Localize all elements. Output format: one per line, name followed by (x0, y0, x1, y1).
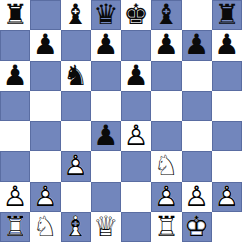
white-pawn-piece[interactable]: ♟♙ (154, 183, 179, 211)
white-pawn-piece[interactable]: ♟♙ (184, 183, 209, 211)
square-h2[interactable]: ♟♙ (212, 182, 242, 212)
square-g7[interactable]: ♟ (182, 30, 212, 60)
square-f8[interactable]: ♝ (151, 0, 181, 30)
white-knight-piece[interactable]: ♞♘ (33, 213, 58, 241)
white-pawn-piece[interactable]: ♟♙ (214, 183, 239, 211)
black-bishop-piece[interactable]: ♝ (154, 1, 179, 29)
square-g1[interactable]: ♚♔ (182, 212, 212, 242)
square-b8[interactable] (30, 0, 60, 30)
square-e3[interactable] (121, 151, 151, 181)
square-d4[interactable]: ♟ (91, 121, 121, 151)
square-c4[interactable] (61, 121, 91, 151)
square-d6[interactable] (91, 61, 121, 91)
piece-outline: ♘ (33, 213, 58, 241)
square-c7[interactable] (61, 30, 91, 60)
white-rook-piece[interactable]: ♜♖ (3, 213, 28, 241)
white-knight-piece[interactable]: ♞♘ (154, 152, 179, 180)
black-queen-piece[interactable]: ♛ (93, 1, 118, 29)
black-pawn-piece[interactable]: ♟ (214, 31, 239, 59)
black-king-piece[interactable]: ♚ (124, 1, 149, 29)
square-e6[interactable]: ♟ (121, 61, 151, 91)
black-knight-piece[interactable]: ♞ (63, 62, 88, 90)
square-f1[interactable]: ♜♖ (151, 212, 181, 242)
white-pawn-piece[interactable]: ♟♙ (124, 122, 149, 150)
square-a8[interactable]: ♜ (0, 0, 30, 30)
square-c3[interactable]: ♟♙ (61, 151, 91, 181)
square-h5[interactable] (212, 91, 242, 121)
black-bishop-piece[interactable]: ♝ (63, 1, 88, 29)
white-king-piece[interactable]: ♚♔ (184, 213, 209, 241)
white-pawn-piece[interactable]: ♟♙ (33, 183, 58, 211)
square-a5[interactable] (0, 91, 30, 121)
square-c2[interactable] (61, 182, 91, 212)
white-pawn-piece[interactable]: ♟♙ (63, 152, 88, 180)
piece-outline: ♕ (93, 213, 118, 241)
square-f3[interactable]: ♞♘ (151, 151, 181, 181)
white-queen-piece[interactable]: ♛♕ (93, 213, 118, 241)
square-a1[interactable]: ♜♖ (0, 212, 30, 242)
square-d3[interactable] (91, 151, 121, 181)
chess-board: ♜♝♛♚♝♜♟♟♟♟♟♟♞♟♟♟♙♟♙♞♘♟♙♟♙♟♙♟♙♟♙♜♖♞♘♝♗♛♕♜… (0, 0, 242, 242)
piece-outline: ♙ (3, 183, 28, 211)
black-pawn-piece[interactable]: ♟ (93, 122, 118, 150)
piece-outline: ♗ (63, 213, 88, 241)
square-f4[interactable] (151, 121, 181, 151)
black-pawn-piece[interactable]: ♟ (184, 31, 209, 59)
square-g2[interactable]: ♟♙ (182, 182, 212, 212)
square-b3[interactable] (30, 151, 60, 181)
square-g6[interactable] (182, 61, 212, 91)
piece-outline: ♘ (154, 152, 179, 180)
piece-outline: ♙ (154, 183, 179, 211)
square-h3[interactable] (212, 151, 242, 181)
piece-outline: ♖ (154, 213, 179, 241)
square-d7[interactable]: ♟ (91, 30, 121, 60)
square-g8[interactable] (182, 0, 212, 30)
square-a4[interactable] (0, 121, 30, 151)
piece-outline: ♙ (63, 152, 88, 180)
square-b7[interactable]: ♟ (30, 30, 60, 60)
square-a6[interactable]: ♟ (0, 61, 30, 91)
square-b2[interactable]: ♟♙ (30, 182, 60, 212)
square-e1[interactable] (121, 212, 151, 242)
square-g4[interactable] (182, 121, 212, 151)
white-bishop-piece[interactable]: ♝♗ (63, 213, 88, 241)
piece-outline: ♙ (214, 183, 239, 211)
square-e5[interactable] (121, 91, 151, 121)
piece-outline: ♙ (124, 122, 149, 150)
square-c1[interactable]: ♝♗ (61, 212, 91, 242)
black-pawn-piece[interactable]: ♟ (93, 31, 118, 59)
square-b1[interactable]: ♞♘ (30, 212, 60, 242)
square-h1[interactable] (212, 212, 242, 242)
square-f6[interactable] (151, 61, 181, 91)
square-f7[interactable]: ♟ (151, 30, 181, 60)
square-f5[interactable] (151, 91, 181, 121)
square-d5[interactable] (91, 91, 121, 121)
black-pawn-piece[interactable]: ♟ (154, 31, 179, 59)
square-c8[interactable]: ♝ (61, 0, 91, 30)
black-rook-piece[interactable]: ♜ (3, 1, 28, 29)
square-d8[interactable]: ♛ (91, 0, 121, 30)
square-e4[interactable]: ♟♙ (121, 121, 151, 151)
piece-outline: ♙ (184, 183, 209, 211)
square-d2[interactable] (91, 182, 121, 212)
square-d1[interactable]: ♛♕ (91, 212, 121, 242)
square-h7[interactable]: ♟ (212, 30, 242, 60)
square-e7[interactable] (121, 30, 151, 60)
black-pawn-piece[interactable]: ♟ (3, 62, 28, 90)
square-c5[interactable] (61, 91, 91, 121)
square-c6[interactable]: ♞ (61, 61, 91, 91)
white-pawn-piece[interactable]: ♟♙ (3, 183, 28, 211)
square-e8[interactable]: ♚ (121, 0, 151, 30)
square-b6[interactable] (30, 61, 60, 91)
square-h8[interactable]: ♜ (212, 0, 242, 30)
square-f2[interactable]: ♟♙ (151, 182, 181, 212)
square-h6[interactable] (212, 61, 242, 91)
black-pawn-piece[interactable]: ♟ (124, 62, 149, 90)
square-e2[interactable] (121, 182, 151, 212)
square-b5[interactable] (30, 91, 60, 121)
black-pawn-piece[interactable]: ♟ (33, 31, 58, 59)
square-g5[interactable] (182, 91, 212, 121)
white-rook-piece[interactable]: ♜♖ (154, 213, 179, 241)
black-rook-piece[interactable]: ♜ (214, 1, 239, 29)
piece-outline: ♔ (184, 213, 209, 241)
piece-outline: ♙ (33, 183, 58, 211)
square-g3[interactable] (182, 151, 212, 181)
square-a3[interactable] (0, 151, 30, 181)
square-h4[interactable] (212, 121, 242, 151)
piece-outline: ♖ (3, 213, 28, 241)
square-b4[interactable] (30, 121, 60, 151)
square-a7[interactable] (0, 30, 30, 60)
square-a2[interactable]: ♟♙ (0, 182, 30, 212)
